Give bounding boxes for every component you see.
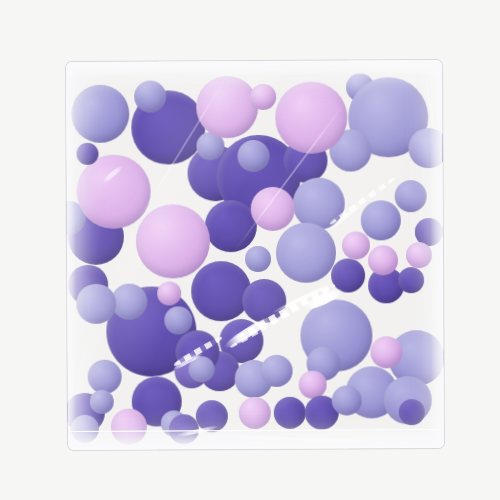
glare-streak [171,351,204,371]
glare-streak [271,280,336,315]
glare-layer [66,60,444,450]
glare-streak [325,199,367,233]
glare-streak [175,425,220,438]
glare-streak [172,335,223,368]
glare-streak [301,286,345,314]
product-photo [0,0,500,500]
glare-streak [130,70,232,233]
glare-streak [236,282,336,340]
glare-streak [101,163,124,184]
glare-streak [222,314,273,351]
glare-streak [230,95,351,257]
glare-streak [202,434,402,443]
glare-streak [424,75,437,134]
glare-streak [329,175,397,225]
plastic-bag [65,59,445,451]
glare-streak [229,299,309,349]
